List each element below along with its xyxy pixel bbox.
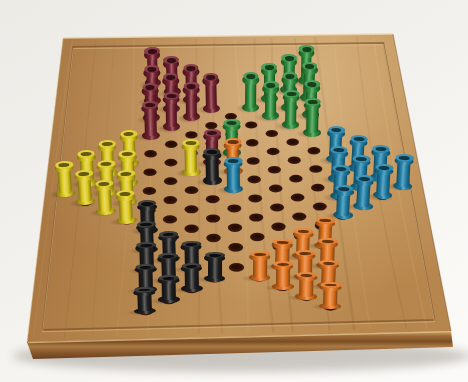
hole[interactable] xyxy=(185,186,199,194)
hole[interactable] xyxy=(309,165,322,173)
peg-top-cup xyxy=(250,251,270,257)
hole[interactable] xyxy=(206,234,221,242)
hole[interactable] xyxy=(270,204,284,212)
peg-top-cup xyxy=(119,130,137,139)
peg-top-cup xyxy=(182,138,200,146)
hole[interactable] xyxy=(292,213,306,221)
hole[interactable] xyxy=(228,243,243,252)
hole[interactable] xyxy=(143,187,157,195)
peg-orange[interactable] xyxy=(295,271,318,299)
peg-top-cup xyxy=(263,81,279,89)
peg-green[interactable] xyxy=(262,81,279,120)
peg-green[interactable] xyxy=(242,72,259,112)
peg-top-cup xyxy=(372,144,390,153)
hole[interactable] xyxy=(247,157,260,165)
hole[interactable] xyxy=(246,139,259,146)
hole[interactable] xyxy=(206,195,220,203)
peg-top-cup xyxy=(97,159,115,167)
peg-top-cup xyxy=(158,275,179,281)
hole[interactable] xyxy=(164,177,177,185)
peg-top-cup xyxy=(223,118,240,126)
hole[interactable] xyxy=(163,215,177,223)
peg-black[interactable] xyxy=(202,148,222,185)
hole[interactable] xyxy=(313,203,327,211)
peg-top-cup xyxy=(295,249,315,256)
peg-top-cup xyxy=(54,160,72,168)
peg-dark-red[interactable] xyxy=(202,73,220,113)
peg-top-cup xyxy=(282,71,298,80)
peg-blue[interactable] xyxy=(224,157,244,193)
peg-orange[interactable] xyxy=(249,251,271,281)
hole[interactable] xyxy=(289,175,302,183)
hole[interactable] xyxy=(269,185,283,193)
peg-dark-red[interactable] xyxy=(162,91,180,130)
peg-yellow[interactable] xyxy=(94,180,116,216)
hole[interactable] xyxy=(144,150,157,157)
peg-top-cup xyxy=(294,228,314,235)
peg-green[interactable] xyxy=(303,98,321,137)
hole[interactable] xyxy=(288,156,301,164)
peg-yellow[interactable] xyxy=(54,160,75,197)
peg-top-cup xyxy=(321,282,342,288)
peg-yellow[interactable] xyxy=(115,189,137,224)
peg-blue[interactable] xyxy=(392,154,413,191)
peg-top-cup xyxy=(328,126,345,134)
hole[interactable] xyxy=(311,184,325,192)
hole[interactable] xyxy=(291,194,305,202)
peg-black[interactable] xyxy=(133,286,156,314)
peg-orange[interactable] xyxy=(272,261,294,290)
peg-top-cup xyxy=(315,216,335,224)
hole[interactable] xyxy=(267,148,280,155)
hole[interactable] xyxy=(248,176,261,184)
peg-top-cup xyxy=(134,286,155,292)
peg-top-cup xyxy=(118,149,136,157)
peg-top-cup xyxy=(204,128,221,136)
peg-blue[interactable] xyxy=(373,164,394,200)
hole[interactable] xyxy=(165,141,178,148)
peg-black[interactable] xyxy=(157,275,180,303)
hole[interactable] xyxy=(164,159,177,167)
peg-yellow[interactable] xyxy=(74,170,95,206)
hole[interactable] xyxy=(228,224,242,232)
peg-top-cup xyxy=(273,261,293,267)
hole[interactable] xyxy=(206,214,220,222)
peg-top-cup xyxy=(284,89,301,98)
peg-top-cup xyxy=(158,231,178,238)
hole[interactable] xyxy=(185,131,197,138)
photo-backdrop xyxy=(0,0,468,382)
peg-top-cup xyxy=(330,145,348,153)
peg-yellow[interactable] xyxy=(182,138,201,175)
peg-green[interactable] xyxy=(282,89,300,128)
hole[interactable] xyxy=(249,213,263,221)
peg-top-cup xyxy=(163,91,179,99)
peg-dark-red[interactable] xyxy=(141,101,160,140)
peg-top-cup xyxy=(281,54,297,63)
hole[interactable] xyxy=(184,225,198,233)
hole[interactable] xyxy=(250,233,265,241)
peg-top-cup xyxy=(224,138,242,146)
hole[interactable] xyxy=(229,263,244,272)
peg-top-cup xyxy=(203,148,221,156)
peg-dark-red[interactable] xyxy=(182,82,200,122)
hole[interactable] xyxy=(185,205,199,213)
hole[interactable] xyxy=(245,121,257,128)
peg-top-cup xyxy=(296,271,317,277)
peg-black[interactable] xyxy=(180,263,202,292)
peg-blue[interactable] xyxy=(332,185,353,220)
hole[interactable] xyxy=(308,147,321,154)
hole[interactable] xyxy=(143,168,156,176)
peg-orange[interactable] xyxy=(319,282,342,309)
hole[interactable] xyxy=(227,204,241,212)
peg-blue[interactable] xyxy=(353,174,375,210)
peg-black[interactable] xyxy=(203,252,224,282)
hole[interactable] xyxy=(248,194,262,202)
hole[interactable] xyxy=(271,223,285,231)
peg-top-cup xyxy=(224,157,242,165)
peg-top-cup xyxy=(204,252,224,258)
hole[interactable] xyxy=(268,166,281,174)
peg-top-cup xyxy=(352,154,370,162)
hole[interactable] xyxy=(266,130,278,137)
hole[interactable] xyxy=(163,196,177,204)
hole[interactable] xyxy=(286,138,299,145)
